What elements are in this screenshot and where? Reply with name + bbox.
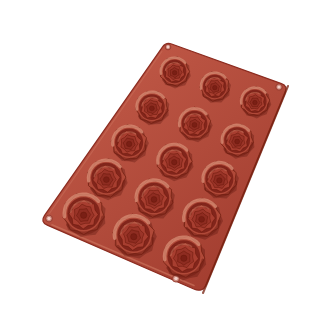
rose-center <box>213 85 218 90</box>
rose-silicone-mold-photo <box>0 0 333 333</box>
rose-center <box>131 234 137 240</box>
rose-center <box>172 70 177 75</box>
screw-hole-right <box>276 84 282 90</box>
rose-center <box>253 100 258 105</box>
rose-center <box>80 212 86 218</box>
rose-center <box>235 139 240 144</box>
rose-center <box>192 122 197 127</box>
rose-center <box>103 177 109 183</box>
product-photo-stage <box>0 0 333 333</box>
rose-center <box>149 106 154 111</box>
screw-hole-center <box>47 217 50 220</box>
screw-hole-top <box>165 44 171 50</box>
screw-hole-center <box>167 46 170 49</box>
rose-center <box>217 178 222 183</box>
rose-center <box>199 216 205 222</box>
screw-hole-left <box>46 215 53 222</box>
rose-center <box>172 159 177 164</box>
screw-hole-center <box>277 85 280 88</box>
screw-hole-center <box>174 277 178 281</box>
rose-center <box>126 141 131 146</box>
rose-center <box>151 197 157 203</box>
rose-center <box>181 255 187 261</box>
